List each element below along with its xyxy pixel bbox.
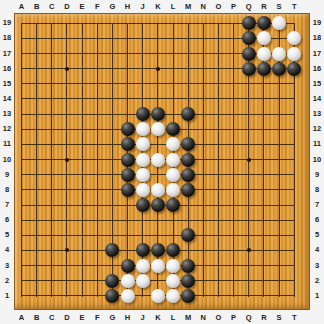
stone-white-T17 — [287, 47, 301, 61]
coord-label-bottom-A: A — [19, 314, 24, 322]
stone-white-J2 — [136, 274, 150, 288]
coord-label-right-12: 12 — [313, 126, 321, 134]
coord-label-left-18: 18 — [3, 35, 11, 43]
coord-label-top-D: D — [64, 3, 69, 11]
coord-label-bottom-S: S — [277, 314, 282, 322]
coord-label-right-4: 4 — [315, 247, 319, 255]
stone-black-M5 — [181, 228, 195, 242]
coord-label-bottom-L: L — [171, 314, 176, 322]
coord-label-left-14: 14 — [3, 95, 11, 103]
grid-line-vertical-N — [203, 23, 204, 297]
coord-label-top-B: B — [34, 3, 39, 11]
coord-label-top-Q: Q — [246, 3, 252, 11]
coord-label-left-15: 15 — [3, 80, 11, 88]
coord-label-top-T: T — [292, 3, 297, 11]
stone-white-L11 — [166, 137, 180, 151]
stone-black-H12 — [121, 122, 135, 136]
stone-black-M3 — [181, 259, 195, 273]
coord-label-bottom-F: F — [95, 314, 100, 322]
coord-label-right-5: 5 — [315, 232, 319, 240]
stone-white-S19 — [272, 16, 286, 30]
coord-label-right-11: 11 — [313, 141, 321, 149]
stone-black-J4 — [136, 243, 150, 257]
coord-label-left-19: 19 — [3, 19, 11, 27]
stone-black-K7 — [151, 198, 165, 212]
coord-label-top-E: E — [80, 3, 85, 11]
coord-label-bottom-N: N — [201, 314, 206, 322]
coord-label-left-6: 6 — [5, 216, 9, 224]
stone-white-S17 — [272, 47, 286, 61]
stone-white-K12 — [151, 122, 165, 136]
coord-label-bottom-M: M — [185, 314, 191, 322]
coord-label-left-13: 13 — [3, 110, 11, 118]
stone-black-M11 — [181, 137, 195, 151]
coord-label-left-4: 4 — [5, 247, 9, 255]
coord-label-right-1: 1 — [315, 292, 319, 300]
coord-label-left-16: 16 — [3, 65, 11, 73]
coord-label-right-19: 19 — [313, 19, 321, 27]
coord-label-left-17: 17 — [3, 50, 11, 58]
coord-label-top-G: G — [109, 3, 115, 11]
stone-white-K10 — [151, 153, 165, 167]
coord-label-top-F: F — [95, 3, 100, 11]
coord-label-right-8: 8 — [315, 186, 319, 194]
star-point-D4 — [65, 248, 69, 252]
coord-label-right-7: 7 — [315, 201, 319, 209]
coord-label-left-3: 3 — [5, 262, 9, 270]
stone-white-L8 — [166, 183, 180, 197]
grid-line-horizontal-2 — [21, 280, 295, 281]
stone-white-J10 — [136, 153, 150, 167]
coord-label-bottom-C: C — [49, 314, 54, 322]
stone-white-L1 — [166, 289, 180, 303]
coord-label-top-L: L — [171, 3, 176, 11]
coord-label-top-O: O — [216, 3, 222, 11]
coord-label-bottom-J: J — [141, 314, 145, 322]
coord-label-left-9: 9 — [5, 171, 9, 179]
coord-label-right-10: 10 — [313, 156, 321, 164]
stone-black-S16 — [272, 62, 286, 76]
coord-label-bottom-D: D — [64, 314, 69, 322]
stone-black-M2 — [181, 274, 195, 288]
stone-white-J11 — [136, 137, 150, 151]
stone-white-R18 — [257, 31, 271, 45]
stone-black-Q16 — [242, 62, 256, 76]
stone-white-L9 — [166, 168, 180, 182]
stone-white-L3 — [166, 259, 180, 273]
stone-black-R19 — [257, 16, 271, 30]
stone-black-G1 — [105, 289, 119, 303]
coord-label-top-J: J — [141, 3, 145, 11]
stone-white-J12 — [136, 122, 150, 136]
stone-white-K3 — [151, 259, 165, 273]
coord-label-right-3: 3 — [315, 262, 319, 270]
coord-label-top-R: R — [261, 3, 266, 11]
stone-black-M10 — [181, 153, 195, 167]
star-point-D16 — [65, 67, 69, 71]
coord-label-top-K: K — [155, 3, 160, 11]
coord-label-right-13: 13 — [313, 110, 321, 118]
coord-label-bottom-O: O — [216, 314, 222, 322]
coord-label-right-6: 6 — [315, 216, 319, 224]
coord-label-top-A: A — [19, 3, 24, 11]
star-point-K16 — [156, 67, 160, 71]
stone-black-H10 — [121, 153, 135, 167]
stone-white-H1 — [121, 289, 135, 303]
coord-label-top-M: M — [185, 3, 191, 11]
stone-black-Q17 — [242, 47, 256, 61]
stone-black-M8 — [181, 183, 195, 197]
stone-black-L4 — [166, 243, 180, 257]
coord-label-right-15: 15 — [313, 80, 321, 88]
coord-label-top-H: H — [125, 3, 130, 11]
coord-label-right-16: 16 — [313, 65, 321, 73]
stone-white-T18 — [287, 31, 301, 45]
coord-label-top-N: N — [201, 3, 206, 11]
stone-black-J7 — [136, 198, 150, 212]
coord-label-left-7: 7 — [5, 201, 9, 209]
stone-black-M13 — [181, 107, 195, 121]
stone-white-L10 — [166, 153, 180, 167]
stone-black-Q19 — [242, 16, 256, 30]
coord-label-left-5: 5 — [5, 232, 9, 240]
stone-black-H3 — [121, 259, 135, 273]
stone-black-G2 — [105, 274, 119, 288]
stone-white-J9 — [136, 168, 150, 182]
stone-black-G4 — [105, 243, 119, 257]
stone-black-M1 — [181, 289, 195, 303]
grid-line-horizontal-9 — [21, 174, 295, 175]
coord-label-bottom-B: B — [34, 314, 39, 322]
coord-label-bottom-P: P — [231, 314, 236, 322]
grid-line-vertical-O — [218, 23, 219, 297]
coord-label-left-11: 11 — [3, 141, 11, 149]
grid-line-horizontal-5 — [21, 235, 295, 236]
stone-black-R16 — [257, 62, 271, 76]
stone-white-L2 — [166, 274, 180, 288]
coord-label-bottom-E: E — [80, 314, 85, 322]
stone-black-T16 — [287, 62, 301, 76]
stone-black-K4 — [151, 243, 165, 257]
coord-label-top-C: C — [49, 3, 54, 11]
star-point-D10 — [65, 158, 69, 162]
stone-black-L12 — [166, 122, 180, 136]
stone-black-H11 — [121, 137, 135, 151]
grid-line-vertical-P — [233, 23, 234, 297]
coord-label-bottom-R: R — [261, 314, 266, 322]
stone-black-J13 — [136, 107, 150, 121]
stone-black-H9 — [121, 168, 135, 182]
coord-label-left-2: 2 — [5, 277, 9, 285]
stone-white-K1 — [151, 289, 165, 303]
stone-white-H2 — [121, 274, 135, 288]
coord-label-top-P: P — [231, 3, 236, 11]
stone-white-J3 — [136, 259, 150, 273]
coord-label-bottom-Q: Q — [246, 314, 252, 322]
stone-black-H8 — [121, 183, 135, 197]
coord-label-right-18: 18 — [313, 35, 321, 43]
star-point-Q10 — [247, 158, 251, 162]
coord-label-right-14: 14 — [313, 95, 321, 103]
coord-label-bottom-T: T — [292, 314, 297, 322]
stone-white-R17 — [257, 47, 271, 61]
stone-black-M9 — [181, 168, 195, 182]
coord-label-bottom-G: G — [109, 314, 115, 322]
coord-label-left-10: 10 — [3, 156, 11, 164]
stone-white-K8 — [151, 183, 165, 197]
grid-line-horizontal-6 — [21, 220, 295, 221]
coord-label-left-1: 1 — [5, 292, 9, 300]
coord-label-bottom-K: K — [155, 314, 160, 322]
star-point-Q4 — [247, 248, 251, 252]
coord-label-right-9: 9 — [315, 171, 319, 179]
coord-label-left-8: 8 — [5, 186, 9, 194]
stone-black-K13 — [151, 107, 165, 121]
stone-black-Q18 — [242, 31, 256, 45]
stone-black-L7 — [166, 198, 180, 212]
coord-label-right-2: 2 — [315, 277, 319, 285]
stone-white-J8 — [136, 183, 150, 197]
go-board-screenshot: AABBCCDDEEFFGGHHJJKKLLMMNNOOPPQQRRSSTT19… — [0, 0, 324, 324]
coord-label-right-17: 17 — [313, 50, 321, 58]
coord-label-top-S: S — [277, 3, 282, 11]
coord-label-left-12: 12 — [3, 126, 11, 134]
coord-label-bottom-H: H — [125, 314, 130, 322]
